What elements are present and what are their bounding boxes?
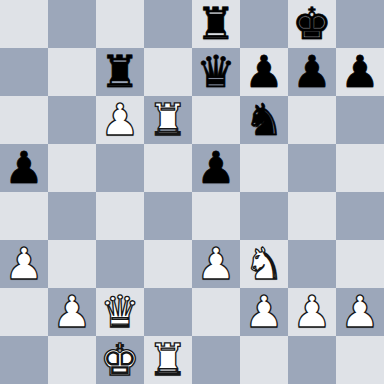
black-pawn-a5[interactable]: ♟	[4, 144, 43, 192]
black-pawn-h7[interactable]: ♟	[340, 48, 379, 96]
black-queen-e7[interactable]: ♛	[196, 48, 235, 96]
square-d1[interactable]: ♜	[144, 336, 192, 384]
square-c7[interactable]: ♜	[96, 48, 144, 96]
square-a7[interactable]	[0, 48, 48, 96]
square-d7[interactable]	[144, 48, 192, 96]
white-rook-d6[interactable]: ♜	[148, 96, 187, 144]
square-e5[interactable]: ♟	[192, 144, 240, 192]
square-e1[interactable]	[192, 336, 240, 384]
square-f7[interactable]: ♟	[240, 48, 288, 96]
white-rook-d1[interactable]: ♜	[148, 336, 187, 384]
square-b8[interactable]	[48, 0, 96, 48]
white-pawn-c6[interactable]: ♟	[100, 96, 139, 144]
square-a5[interactable]: ♟	[0, 144, 48, 192]
square-e7[interactable]: ♛	[192, 48, 240, 96]
white-pawn-g2[interactable]: ♟	[292, 288, 331, 336]
square-g6[interactable]	[288, 96, 336, 144]
square-b3[interactable]	[48, 240, 96, 288]
square-h8[interactable]	[336, 0, 384, 48]
square-g1[interactable]	[288, 336, 336, 384]
square-d2[interactable]	[144, 288, 192, 336]
square-c4[interactable]	[96, 192, 144, 240]
square-a6[interactable]	[0, 96, 48, 144]
square-e2[interactable]	[192, 288, 240, 336]
square-h2[interactable]: ♟	[336, 288, 384, 336]
square-c3[interactable]	[96, 240, 144, 288]
square-f2[interactable]: ♟	[240, 288, 288, 336]
square-b4[interactable]	[48, 192, 96, 240]
square-a4[interactable]	[0, 192, 48, 240]
white-pawn-h2[interactable]: ♟	[340, 288, 379, 336]
square-d5[interactable]	[144, 144, 192, 192]
black-king-g8[interactable]: ♚	[292, 0, 331, 48]
square-h7[interactable]: ♟	[336, 48, 384, 96]
square-b7[interactable]	[48, 48, 96, 96]
square-g7[interactable]: ♟	[288, 48, 336, 96]
square-c1[interactable]: ♚	[96, 336, 144, 384]
square-a1[interactable]	[0, 336, 48, 384]
square-f6[interactable]: ♞	[240, 96, 288, 144]
square-f8[interactable]	[240, 0, 288, 48]
square-g5[interactable]	[288, 144, 336, 192]
chess-board: ♜♚♜♛♟♟♟♟♜♞♟♟♟♟♞♟♛♟♟♟♚♜	[0, 0, 384, 384]
square-b1[interactable]	[48, 336, 96, 384]
square-c2[interactable]: ♛	[96, 288, 144, 336]
square-a8[interactable]	[0, 0, 48, 48]
square-f1[interactable]	[240, 336, 288, 384]
square-g8[interactable]: ♚	[288, 0, 336, 48]
square-c5[interactable]	[96, 144, 144, 192]
square-b2[interactable]: ♟	[48, 288, 96, 336]
square-e6[interactable]	[192, 96, 240, 144]
square-g2[interactable]: ♟	[288, 288, 336, 336]
square-h4[interactable]	[336, 192, 384, 240]
square-g3[interactable]	[288, 240, 336, 288]
white-pawn-b2[interactable]: ♟	[52, 288, 91, 336]
square-d4[interactable]	[144, 192, 192, 240]
black-knight-f6[interactable]: ♞	[244, 96, 283, 144]
black-pawn-g7[interactable]: ♟	[292, 48, 331, 96]
square-f4[interactable]	[240, 192, 288, 240]
square-c6[interactable]: ♟	[96, 96, 144, 144]
black-pawn-f7[interactable]: ♟	[244, 48, 283, 96]
white-king-c1[interactable]: ♚	[100, 336, 139, 384]
square-h6[interactable]	[336, 96, 384, 144]
black-rook-e8[interactable]: ♜	[196, 0, 235, 48]
black-rook-c7[interactable]: ♜	[100, 48, 139, 96]
square-b5[interactable]	[48, 144, 96, 192]
white-pawn-f2[interactable]: ♟	[244, 288, 283, 336]
square-h1[interactable]	[336, 336, 384, 384]
square-g4[interactable]	[288, 192, 336, 240]
square-b6[interactable]	[48, 96, 96, 144]
square-c8[interactable]	[96, 0, 144, 48]
square-e8[interactable]: ♜	[192, 0, 240, 48]
square-h3[interactable]	[336, 240, 384, 288]
square-f3[interactable]: ♞	[240, 240, 288, 288]
square-e3[interactable]: ♟	[192, 240, 240, 288]
white-knight-f3[interactable]: ♞	[244, 240, 283, 288]
white-pawn-a3[interactable]: ♟	[4, 240, 43, 288]
black-pawn-e5[interactable]: ♟	[196, 144, 235, 192]
square-h5[interactable]	[336, 144, 384, 192]
square-e4[interactable]	[192, 192, 240, 240]
white-pawn-e3[interactable]: ♟	[196, 240, 235, 288]
square-d8[interactable]	[144, 0, 192, 48]
square-a3[interactable]: ♟	[0, 240, 48, 288]
white-queen-c2[interactable]: ♛	[100, 288, 139, 336]
square-d3[interactable]	[144, 240, 192, 288]
square-d6[interactable]: ♜	[144, 96, 192, 144]
square-f5[interactable]	[240, 144, 288, 192]
square-a2[interactable]	[0, 288, 48, 336]
